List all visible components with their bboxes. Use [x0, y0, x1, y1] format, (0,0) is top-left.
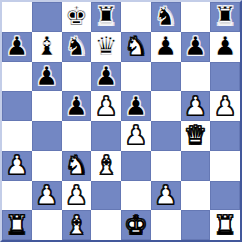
square-e8[interactable] [121, 2, 151, 32]
square-a7[interactable]: ♟ [2, 32, 32, 62]
white-pawn[interactable]: ♟ [94, 92, 117, 121]
square-h8[interactable]: ♜ [210, 2, 240, 32]
square-d6[interactable]: ♟ [91, 62, 121, 92]
square-b7[interactable]: ♝ [32, 32, 62, 62]
black-pawn[interactable]: ♟ [154, 32, 177, 61]
black-queen[interactable]: ♛ [94, 32, 117, 61]
black-pawn[interactable]: ♟ [5, 32, 28, 61]
square-d8[interactable]: ♜ [91, 2, 121, 32]
square-e3[interactable] [121, 151, 151, 181]
black-rook[interactable]: ♜ [213, 2, 236, 31]
square-e7[interactable]: ♞ [121, 32, 151, 62]
square-d3[interactable]: ♝ [91, 151, 121, 181]
square-a6[interactable] [2, 62, 32, 92]
white-knight[interactable]: ♞ [65, 151, 88, 180]
square-f2[interactable]: ♟ [151, 181, 181, 211]
square-c8[interactable]: ♚ [62, 2, 92, 32]
white-pawn[interactable]: ♟ [154, 181, 177, 210]
black-pawn[interactable]: ♟ [213, 32, 236, 61]
black-king[interactable]: ♚ [65, 2, 88, 31]
white-bishop[interactable]: ♝ [65, 211, 88, 240]
black-pawn[interactable]: ♟ [124, 92, 147, 121]
white-rook[interactable]: ♜ [213, 211, 236, 240]
square-f6[interactable] [151, 62, 181, 92]
square-b2[interactable]: ♟ [32, 181, 62, 211]
square-g7[interactable]: ♟ [181, 32, 211, 62]
square-h2[interactable] [210, 181, 240, 211]
square-g2[interactable] [181, 181, 211, 211]
square-a5[interactable] [2, 91, 32, 121]
square-b4[interactable] [32, 121, 62, 151]
square-d4[interactable] [91, 121, 121, 151]
square-g8[interactable] [181, 2, 211, 32]
square-b6[interactable]: ♟ [32, 62, 62, 92]
white-queen[interactable]: ♛ [184, 121, 207, 150]
black-bishop[interactable]: ♝ [35, 32, 58, 61]
square-e6[interactable] [121, 62, 151, 92]
square-f1[interactable] [151, 210, 181, 240]
square-a4[interactable] [2, 121, 32, 151]
square-d2[interactable] [91, 181, 121, 211]
white-pawn[interactable]: ♟ [35, 181, 58, 210]
chess-board: ♚♜♞♜♟♝♞♛♞♟♟♟♟♟♟♟♟♟♟♟♛♟♞♝♟♟♟♜♝♚♜ [2, 2, 240, 240]
chess-board-frame: ♚♜♞♜♟♝♞♛♞♟♟♟♟♟♟♟♟♟♟♟♛♟♞♝♟♟♟♜♝♚♜ [0, 0, 242, 242]
square-d1[interactable] [91, 210, 121, 240]
square-e2[interactable] [121, 181, 151, 211]
square-c4[interactable] [62, 121, 92, 151]
square-h5[interactable]: ♟ [210, 91, 240, 121]
square-c2[interactable]: ♟ [62, 181, 92, 211]
square-f4[interactable] [151, 121, 181, 151]
square-h6[interactable] [210, 62, 240, 92]
square-b8[interactable] [32, 2, 62, 32]
white-pawn[interactable]: ♟ [5, 151, 28, 180]
white-pawn[interactable]: ♟ [213, 92, 236, 121]
square-h7[interactable]: ♟ [210, 32, 240, 62]
white-knight[interactable]: ♞ [124, 32, 147, 61]
square-h3[interactable] [210, 151, 240, 181]
black-pawn[interactable]: ♟ [94, 62, 117, 91]
square-b5[interactable] [32, 91, 62, 121]
square-c6[interactable] [62, 62, 92, 92]
black-pawn[interactable]: ♟ [184, 32, 207, 61]
square-d7[interactable]: ♛ [91, 32, 121, 62]
black-rook[interactable]: ♜ [94, 2, 117, 31]
square-h1[interactable]: ♜ [210, 210, 240, 240]
square-f5[interactable] [151, 91, 181, 121]
white-rook[interactable]: ♜ [5, 211, 28, 240]
square-g3[interactable] [181, 151, 211, 181]
black-pawn[interactable]: ♟ [35, 62, 58, 91]
square-g6[interactable] [181, 62, 211, 92]
white-king[interactable]: ♚ [124, 211, 147, 240]
square-a3[interactable]: ♟ [2, 151, 32, 181]
square-f8[interactable]: ♞ [151, 2, 181, 32]
black-pawn[interactable]: ♟ [65, 92, 88, 121]
white-pawn[interactable]: ♟ [65, 181, 88, 210]
black-knight[interactable]: ♞ [154, 2, 177, 31]
square-c3[interactable]: ♞ [62, 151, 92, 181]
square-d5[interactable]: ♟ [91, 91, 121, 121]
square-f7[interactable]: ♟ [151, 32, 181, 62]
square-e1[interactable]: ♚ [121, 210, 151, 240]
white-pawn[interactable]: ♟ [124, 121, 147, 150]
square-h4[interactable] [210, 121, 240, 151]
square-c7[interactable]: ♞ [62, 32, 92, 62]
square-b1[interactable] [32, 210, 62, 240]
white-pawn[interactable]: ♟ [184, 92, 207, 121]
square-c5[interactable]: ♟ [62, 91, 92, 121]
square-f3[interactable] [151, 151, 181, 181]
square-b3[interactable] [32, 151, 62, 181]
square-a1[interactable]: ♜ [2, 210, 32, 240]
square-e5[interactable]: ♟ [121, 91, 151, 121]
square-a2[interactable] [2, 181, 32, 211]
square-g1[interactable] [181, 210, 211, 240]
square-g5[interactable]: ♟ [181, 91, 211, 121]
square-e4[interactable]: ♟ [121, 121, 151, 151]
black-knight[interactable]: ♞ [65, 32, 88, 61]
square-g4[interactable]: ♛ [181, 121, 211, 151]
square-a8[interactable] [2, 2, 32, 32]
square-c1[interactable]: ♝ [62, 210, 92, 240]
white-bishop[interactable]: ♝ [94, 151, 117, 180]
